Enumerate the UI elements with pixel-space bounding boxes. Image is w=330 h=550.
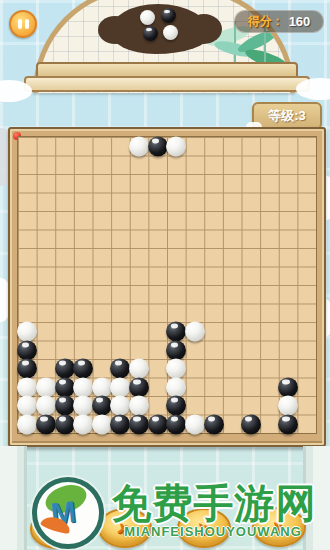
stone-white[interactable]: [185, 414, 205, 434]
watermark-title: 免费手游网: [100, 476, 328, 531]
score-label: 得分：: [248, 13, 284, 30]
stone-white[interactable]: [110, 377, 130, 397]
stone-white[interactable]: [166, 137, 186, 157]
stone-black[interactable]: [73, 359, 93, 379]
stone-black[interactable]: [278, 414, 298, 434]
stone-white[interactable]: [185, 322, 205, 342]
board-grid[interactable]: [17, 136, 317, 434]
stone-white[interactable]: [92, 414, 112, 434]
watermark-subtitle: MIANFEISHOUYOUWANG: [96, 524, 330, 539]
pause-icon: [25, 19, 29, 29]
pillar-left: [0, 446, 27, 550]
stone-white[interactable]: [36, 377, 56, 397]
stone-white[interactable]: [278, 396, 298, 416]
shelf-beam-lower: [24, 76, 310, 92]
stone-white[interactable]: [17, 396, 37, 416]
pause-icon: [18, 19, 22, 29]
stone-black[interactable]: [129, 377, 149, 397]
bowl-stone-black: [161, 8, 176, 23]
level-badge: 等级:3: [252, 102, 322, 130]
stone-black[interactable]: [148, 414, 168, 434]
stone-black[interactable]: [166, 322, 186, 342]
stone-black[interactable]: [166, 396, 186, 416]
score-value: 160: [289, 14, 311, 29]
stone-white[interactable]: [73, 414, 93, 434]
bowl-stone-white: [163, 25, 178, 40]
gomoku-board[interactable]: [8, 127, 326, 447]
stone-black[interactable]: [55, 377, 75, 397]
stone-black[interactable]: [17, 359, 37, 379]
stone-white[interactable]: [166, 359, 186, 379]
stone-white[interactable]: [129, 137, 149, 157]
score-badge: 得分： 160: [234, 10, 324, 33]
stone-white[interactable]: [92, 377, 112, 397]
stone-black[interactable]: [166, 340, 186, 360]
bowl-stone-black: [143, 26, 158, 41]
stone-white[interactable]: [129, 359, 149, 379]
stone-white[interactable]: [17, 377, 37, 397]
stone-black[interactable]: [241, 414, 261, 434]
stone-black[interactable]: [92, 396, 112, 416]
stone-black[interactable]: [110, 359, 130, 379]
stone-black[interactable]: [110, 414, 130, 434]
stone-white[interactable]: [129, 396, 149, 416]
stone-black[interactable]: [36, 414, 56, 434]
bowl-stone-white: [140, 10, 155, 25]
stone-black[interactable]: [55, 396, 75, 416]
stone-black[interactable]: [148, 137, 168, 157]
stone-black[interactable]: [129, 414, 149, 434]
stone-black[interactable]: [55, 414, 75, 434]
stone-white[interactable]: [17, 414, 37, 434]
stone-white[interactable]: [36, 396, 56, 416]
stone-white[interactable]: [73, 396, 93, 416]
stone-black[interactable]: [278, 377, 298, 397]
stone-white[interactable]: [17, 322, 37, 342]
stone-black[interactable]: [204, 414, 224, 434]
stone-black[interactable]: [17, 340, 37, 360]
stone-white[interactable]: [73, 377, 93, 397]
stone-white[interactable]: [166, 377, 186, 397]
stone-black[interactable]: [166, 414, 186, 434]
pause-button[interactable]: [9, 10, 37, 38]
stone-white[interactable]: [110, 396, 130, 416]
watermark-logo: M: [32, 477, 104, 549]
stone-black[interactable]: [55, 359, 75, 379]
